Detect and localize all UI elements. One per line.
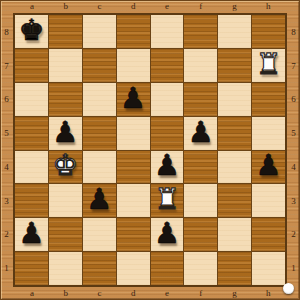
file-label-d: d	[116, 0, 150, 13]
rank-label-6: 6	[287, 83, 300, 117]
square-f4[interactable]	[184, 151, 217, 184]
square-c4[interactable]	[83, 151, 116, 184]
square-e3[interactable]: ♜	[151, 184, 184, 217]
black-pawn[interactable]: ♟	[18, 219, 44, 248]
black-pawn[interactable]: ♟	[256, 151, 282, 180]
square-h6[interactable]	[252, 83, 285, 116]
file-label-h: h	[251, 0, 285, 13]
square-f5[interactable]: ♟	[184, 117, 217, 150]
rank-label-2: 2	[0, 218, 13, 252]
black-pawn[interactable]: ♟	[154, 151, 180, 180]
square-h7[interactable]: ♜	[252, 49, 285, 82]
square-d4[interactable]	[117, 151, 150, 184]
square-c5[interactable]	[83, 117, 116, 150]
square-e6[interactable]	[151, 83, 184, 116]
square-a2[interactable]: ♟	[15, 218, 48, 251]
square-e4[interactable]: ♟	[151, 151, 184, 184]
rank-label-7: 7	[287, 49, 300, 83]
white-rook[interactable]: ♜	[256, 50, 282, 79]
square-a4[interactable]	[15, 151, 48, 184]
square-c3[interactable]: ♟	[83, 184, 116, 217]
rank-label-5: 5	[0, 116, 13, 150]
square-h1[interactable]	[252, 252, 285, 285]
square-c6[interactable]	[83, 83, 116, 116]
square-h3[interactable]	[252, 184, 285, 217]
square-f1[interactable]	[184, 252, 217, 285]
square-a7[interactable]	[15, 49, 48, 82]
rank-label-1: 1	[287, 251, 300, 285]
square-g8[interactable]	[218, 15, 251, 48]
black-pawn[interactable]: ♟	[154, 219, 180, 248]
file-label-c: c	[83, 0, 117, 13]
square-b1[interactable]	[49, 252, 82, 285]
square-h8[interactable]	[252, 15, 285, 48]
black-pawn[interactable]: ♟	[52, 118, 78, 147]
square-e7[interactable]	[151, 49, 184, 82]
chess-board: ♚♜♟♟♟♚♟♟♟♜♟♟	[13, 13, 287, 287]
square-g5[interactable]	[218, 117, 251, 150]
file-label-e: e	[150, 0, 184, 13]
rank-label-2: 2	[287, 218, 300, 252]
rank-label-7: 7	[0, 49, 13, 83]
rank-label-4: 4	[0, 150, 13, 184]
square-b8[interactable]	[49, 15, 82, 48]
square-a5[interactable]	[15, 117, 48, 150]
square-e1[interactable]	[151, 252, 184, 285]
square-d3[interactable]	[117, 184, 150, 217]
square-g6[interactable]	[218, 83, 251, 116]
square-f2[interactable]	[184, 218, 217, 251]
square-h4[interactable]: ♟	[252, 151, 285, 184]
black-pawn[interactable]: ♟	[120, 84, 146, 113]
black-pawn[interactable]: ♟	[86, 185, 112, 214]
square-d1[interactable]	[117, 252, 150, 285]
file-label-f: f	[184, 287, 218, 300]
square-f8[interactable]	[184, 15, 217, 48]
file-label-a: a	[15, 0, 49, 13]
file-label-c: c	[83, 287, 117, 300]
square-f7[interactable]	[184, 49, 217, 82]
rank-label-4: 4	[287, 150, 300, 184]
white-king[interactable]: ♚	[52, 151, 78, 180]
square-g7[interactable]	[218, 49, 251, 82]
rank-label-5: 5	[287, 116, 300, 150]
square-c8[interactable]	[83, 15, 116, 48]
square-f6[interactable]	[184, 83, 217, 116]
white-to-move-indicator	[283, 283, 294, 294]
rank-label-8: 8	[0, 15, 13, 49]
square-g3[interactable]	[218, 184, 251, 217]
square-c1[interactable]	[83, 252, 116, 285]
rank-labels-right: 87654321	[287, 15, 300, 285]
file-label-h: h	[251, 287, 285, 300]
file-labels-bottom: abcdefgh	[15, 287, 285, 300]
square-a3[interactable]	[15, 184, 48, 217]
square-b7[interactable]	[49, 49, 82, 82]
square-g2[interactable]	[218, 218, 251, 251]
square-b3[interactable]	[49, 184, 82, 217]
square-c7[interactable]	[83, 49, 116, 82]
square-d7[interactable]	[117, 49, 150, 82]
rank-label-1: 1	[0, 251, 13, 285]
square-a1[interactable]	[15, 252, 48, 285]
white-rook[interactable]: ♜	[154, 185, 180, 214]
black-pawn[interactable]: ♟	[188, 118, 214, 147]
square-g1[interactable]	[218, 252, 251, 285]
square-b2[interactable]	[49, 218, 82, 251]
square-b6[interactable]	[49, 83, 82, 116]
file-label-f: f	[184, 0, 218, 13]
file-label-d: d	[116, 287, 150, 300]
square-d2[interactable]	[117, 218, 150, 251]
square-h2[interactable]	[252, 218, 285, 251]
square-a6[interactable]	[15, 83, 48, 116]
file-label-e: e	[150, 287, 184, 300]
square-b4[interactable]: ♚	[49, 151, 82, 184]
file-label-b: b	[49, 0, 83, 13]
file-label-a: a	[15, 287, 49, 300]
square-e8[interactable]	[151, 15, 184, 48]
chess-diagram: abcdefgh abcdefgh 87654321 87654321 ♚♜♟♟…	[0, 0, 300, 300]
file-label-g: g	[218, 287, 252, 300]
square-f3[interactable]	[184, 184, 217, 217]
square-e2[interactable]: ♟	[151, 218, 184, 251]
file-labels-top: abcdefgh	[15, 0, 285, 13]
rank-label-3: 3	[0, 184, 13, 218]
file-label-b: b	[49, 287, 83, 300]
rank-label-3: 3	[287, 184, 300, 218]
square-d5[interactable]	[117, 117, 150, 150]
square-b5[interactable]: ♟	[49, 117, 82, 150]
square-a8[interactable]: ♚	[15, 15, 48, 48]
square-d8[interactable]	[117, 15, 150, 48]
square-c2[interactable]	[83, 218, 116, 251]
black-king[interactable]: ♚	[18, 16, 44, 45]
square-d6[interactable]: ♟	[117, 83, 150, 116]
rank-label-8: 8	[287, 15, 300, 49]
rank-labels-left: 87654321	[0, 15, 13, 285]
square-e5[interactable]	[151, 117, 184, 150]
rank-label-6: 6	[0, 83, 13, 117]
file-label-g: g	[218, 0, 252, 13]
square-g4[interactable]	[218, 151, 251, 184]
square-h5[interactable]	[252, 117, 285, 150]
